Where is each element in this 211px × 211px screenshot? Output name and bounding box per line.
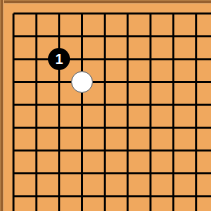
black-stone[interactable]: 1 <box>48 48 71 71</box>
board-edge-left <box>0 0 4 211</box>
move-number-label: 1 <box>55 52 63 66</box>
go-board[interactable]: 1 <box>0 0 211 211</box>
board-edge-top <box>0 0 211 4</box>
white-stone[interactable] <box>71 71 94 94</box>
stones-layer: 1 <box>0 0 211 211</box>
go-diagram: 1 <box>0 0 211 211</box>
